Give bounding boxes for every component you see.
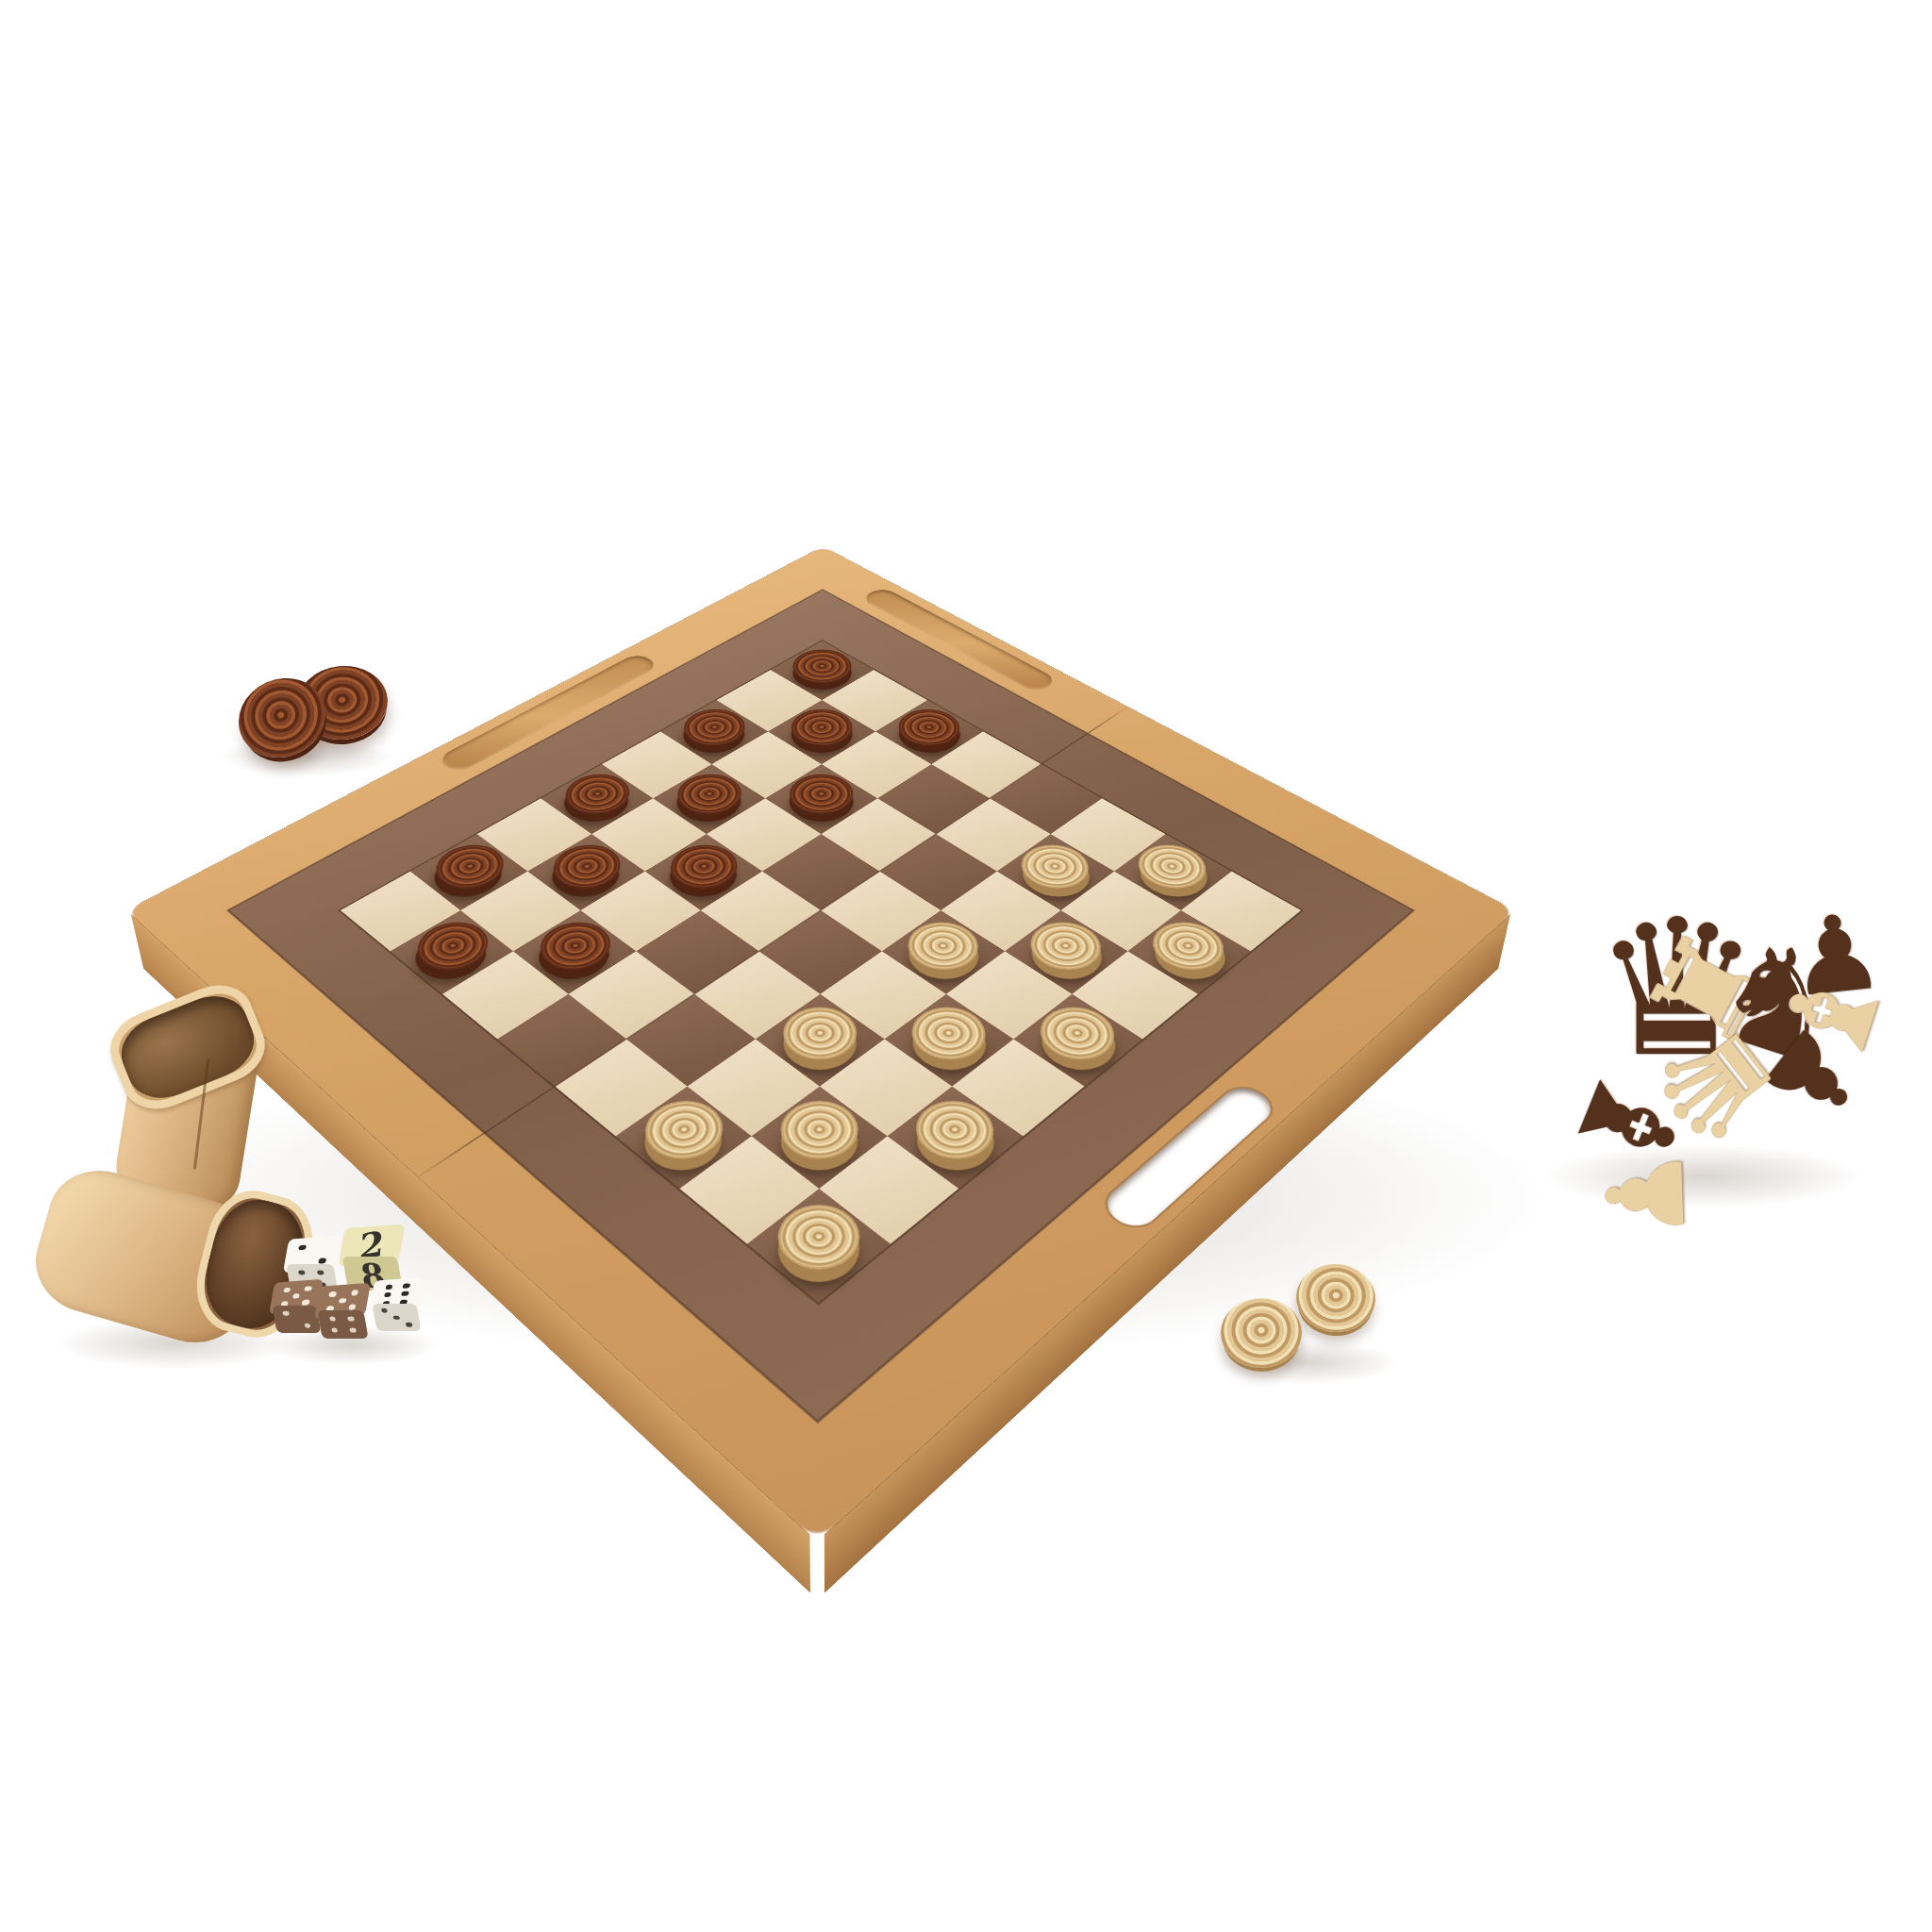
checker-top (761, 1192, 875, 1283)
die-white-5[interactable] (372, 1279, 421, 1332)
checker-top (897, 997, 1000, 1071)
checker-top (765, 1090, 874, 1171)
die-pip (318, 1271, 325, 1275)
die-pip (384, 1292, 391, 1298)
die-pip (406, 1322, 412, 1326)
die-front-face (373, 1304, 422, 1331)
chess-light-pawn-lying[interactable]: ♟ (1591, 1145, 1699, 1243)
die-pip (393, 1315, 400, 1320)
die-pip (283, 1288, 291, 1293)
die-pip (349, 1328, 357, 1333)
spare-light-checker-4[interactable] (1221, 1298, 1302, 1368)
square-3-5[interactable] (882, 910, 1005, 994)
die-brown-4[interactable] (317, 1285, 368, 1340)
die-pip (292, 1293, 300, 1299)
die-pip (282, 1311, 289, 1316)
die-pip (305, 1286, 312, 1291)
square-4-6[interactable] (885, 994, 1014, 1087)
die-pip (381, 1308, 388, 1313)
die-front-face (273, 1306, 322, 1333)
die-pip (351, 1291, 358, 1296)
square-6-6[interactable] (752, 1087, 888, 1189)
die-pip (339, 1298, 346, 1304)
die-pip (304, 1324, 310, 1328)
die-front-face (318, 1310, 369, 1339)
die-pip (348, 1305, 356, 1310)
die-brown-3[interactable] (272, 1281, 321, 1334)
checker-top (1025, 997, 1128, 1071)
die-pip (403, 1283, 410, 1289)
die-pip (302, 1300, 309, 1306)
dice-cup-tipped[interactable] (40, 1166, 292, 1358)
die-pip (298, 1244, 307, 1250)
die-pip (318, 1257, 326, 1263)
checker-side (897, 1007, 1001, 1081)
die-pip (328, 1291, 336, 1297)
die-pip (329, 1316, 337, 1321)
checker-side (765, 1101, 874, 1183)
die-pip (298, 1271, 306, 1275)
product-photo-scene: 28 ♛♜♞♟♝♟♛♝♟ (0, 0, 1932, 1932)
die-pip (331, 1328, 339, 1333)
checker-side (1018, 922, 1116, 989)
checker-light[interactable] (897, 1003, 1000, 1076)
square-5-3[interactable] (636, 910, 758, 994)
die-pip (347, 1316, 355, 1321)
die-pip (385, 1284, 392, 1290)
checker-light[interactable] (765, 1096, 874, 1178)
die-pip (401, 1291, 408, 1297)
